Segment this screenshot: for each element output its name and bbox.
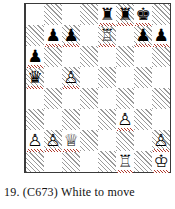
square-e2 xyxy=(98,130,116,151)
square-c5: ♙ xyxy=(62,67,80,88)
square-d7 xyxy=(80,25,98,46)
square-c8 xyxy=(62,4,80,25)
square-a6: ♟ xyxy=(26,46,44,67)
square-b2: ♙ xyxy=(44,130,62,151)
square-h2: ♙ xyxy=(152,130,170,151)
square-e6 xyxy=(98,46,116,67)
square-b3 xyxy=(44,109,62,130)
square-e3 xyxy=(98,109,116,130)
chess-diagram-page: ♜♜♚♟♟♖♟♟♟♛♙♙♙♙♕♙♖♔ 19. (C673) White to m… xyxy=(0,0,175,209)
square-b4 xyxy=(44,88,62,109)
chess-board: ♜♜♚♟♟♖♟♟♟♛♙♙♙♙♕♙♖♔ xyxy=(24,3,171,173)
square-d4 xyxy=(80,88,98,109)
square-g8: ♚ xyxy=(134,4,152,25)
square-f1: ♖ xyxy=(116,151,134,172)
square-h4 xyxy=(152,88,170,109)
square-c7: ♟ xyxy=(62,25,80,46)
square-h1: ♔ xyxy=(152,151,170,172)
square-e7: ♖ xyxy=(98,25,116,46)
square-g5 xyxy=(134,67,152,88)
white-pawn: ♙ xyxy=(116,109,134,130)
square-e5 xyxy=(98,67,116,88)
white-pawn: ♙ xyxy=(44,130,62,151)
square-h6 xyxy=(152,46,170,67)
square-g6 xyxy=(134,46,152,67)
square-f7 xyxy=(116,25,134,46)
square-b6 xyxy=(44,46,62,67)
white-king: ♔ xyxy=(152,151,170,172)
black-pawn: ♟ xyxy=(26,46,44,67)
square-h7: ♟ xyxy=(152,25,170,46)
square-h5 xyxy=(152,67,170,88)
white-pawn: ♙ xyxy=(26,130,44,151)
square-g2 xyxy=(134,130,152,151)
square-d1 xyxy=(80,151,98,172)
square-c1 xyxy=(62,151,80,172)
black-pawn: ♟ xyxy=(62,25,80,46)
square-b5 xyxy=(44,67,62,88)
square-d2 xyxy=(80,130,98,151)
square-c4 xyxy=(62,88,80,109)
white-pawn: ♙ xyxy=(62,67,80,88)
square-e8: ♜ xyxy=(98,4,116,25)
white-queen: ♕ xyxy=(62,130,80,151)
square-d8 xyxy=(80,4,98,25)
black-pawn: ♟ xyxy=(134,25,152,46)
square-e1 xyxy=(98,151,116,172)
square-g4 xyxy=(134,88,152,109)
square-a3 xyxy=(26,109,44,130)
square-b1 xyxy=(44,151,62,172)
white-rook: ♖ xyxy=(116,151,134,172)
square-a7 xyxy=(26,25,44,46)
square-c3 xyxy=(62,109,80,130)
square-h8 xyxy=(152,4,170,25)
white-rook: ♖ xyxy=(98,25,116,46)
black-pawn: ♟ xyxy=(44,25,62,46)
black-king: ♚ xyxy=(134,4,152,25)
square-f2 xyxy=(116,130,134,151)
square-b7: ♟ xyxy=(44,25,62,46)
black-pawn: ♟ xyxy=(152,25,170,46)
square-g7: ♟ xyxy=(134,25,152,46)
square-a4 xyxy=(26,88,44,109)
square-a1 xyxy=(26,151,44,172)
square-c6 xyxy=(62,46,80,67)
square-a5: ♛ xyxy=(26,67,44,88)
square-f3: ♙ xyxy=(116,109,134,130)
square-a2: ♙ xyxy=(26,130,44,151)
black-rook: ♜ xyxy=(98,4,116,25)
square-c2: ♕ xyxy=(62,130,80,151)
square-f8: ♜ xyxy=(116,4,134,25)
square-h3 xyxy=(152,109,170,130)
square-d3 xyxy=(80,109,98,130)
black-queen: ♛ xyxy=(26,67,44,88)
square-g3 xyxy=(134,109,152,130)
white-pawn: ♙ xyxy=(152,130,170,151)
square-d6 xyxy=(80,46,98,67)
diagram-caption: 19. (C673) White to move xyxy=(4,185,135,200)
black-rook: ♜ xyxy=(116,4,134,25)
square-d5 xyxy=(80,67,98,88)
square-a8 xyxy=(26,4,44,25)
square-f6 xyxy=(116,46,134,67)
square-f5 xyxy=(116,67,134,88)
square-g1 xyxy=(134,151,152,172)
square-b8 xyxy=(44,4,62,25)
square-f4 xyxy=(116,88,134,109)
square-e4 xyxy=(98,88,116,109)
